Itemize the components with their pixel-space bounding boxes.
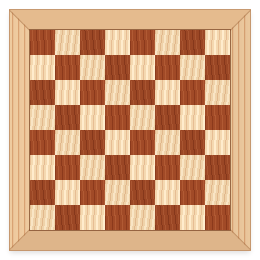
- square-r7c7[interactable]: [180, 180, 205, 205]
- square-r6c3[interactable]: [80, 155, 105, 180]
- square-r3c5[interactable]: [130, 80, 155, 105]
- square-r6c5[interactable]: [130, 155, 155, 180]
- square-r8c4[interactable]: [105, 205, 130, 230]
- square-r2c3[interactable]: [80, 55, 105, 80]
- square-r8c2[interactable]: [55, 205, 80, 230]
- square-r1c6[interactable]: [155, 30, 180, 55]
- square-r3c8[interactable]: [205, 80, 230, 105]
- chess-board: [10, 10, 250, 250]
- square-r1c8[interactable]: [205, 30, 230, 55]
- square-r6c1[interactable]: [30, 155, 55, 180]
- square-r5c8[interactable]: [205, 130, 230, 155]
- square-r3c6[interactable]: [155, 80, 180, 105]
- square-r4c4[interactable]: [105, 105, 130, 130]
- square-r1c4[interactable]: [105, 30, 130, 55]
- frame-rail-right: [230, 10, 250, 250]
- square-r6c2[interactable]: [55, 155, 80, 180]
- square-r8c6[interactable]: [155, 205, 180, 230]
- square-r5c6[interactable]: [155, 130, 180, 155]
- square-r4c2[interactable]: [55, 105, 80, 130]
- photo-background: [0, 0, 260, 260]
- square-r7c8[interactable]: [205, 180, 230, 205]
- square-r1c7[interactable]: [180, 30, 205, 55]
- square-r7c4[interactable]: [105, 180, 130, 205]
- square-r2c2[interactable]: [55, 55, 80, 80]
- square-r2c5[interactable]: [130, 55, 155, 80]
- square-r6c8[interactable]: [205, 155, 230, 180]
- square-r3c4[interactable]: [105, 80, 130, 105]
- square-r1c1[interactable]: [30, 30, 55, 55]
- square-r8c7[interactable]: [180, 205, 205, 230]
- square-r3c7[interactable]: [180, 80, 205, 105]
- square-r1c3[interactable]: [80, 30, 105, 55]
- square-r7c5[interactable]: [130, 180, 155, 205]
- square-r4c6[interactable]: [155, 105, 180, 130]
- square-r5c4[interactable]: [105, 130, 130, 155]
- square-r4c1[interactable]: [30, 105, 55, 130]
- square-r5c7[interactable]: [180, 130, 205, 155]
- square-r7c1[interactable]: [30, 180, 55, 205]
- square-r7c3[interactable]: [80, 180, 105, 205]
- square-r4c7[interactable]: [180, 105, 205, 130]
- frame-rail-top: [10, 10, 250, 30]
- square-r5c5[interactable]: [130, 130, 155, 155]
- square-r4c5[interactable]: [130, 105, 155, 130]
- square-r1c5[interactable]: [130, 30, 155, 55]
- square-r4c3[interactable]: [80, 105, 105, 130]
- square-r6c6[interactable]: [155, 155, 180, 180]
- square-r2c7[interactable]: [180, 55, 205, 80]
- square-r5c1[interactable]: [30, 130, 55, 155]
- square-r7c2[interactable]: [55, 180, 80, 205]
- square-r2c6[interactable]: [155, 55, 180, 80]
- square-r7c6[interactable]: [155, 180, 180, 205]
- square-r2c1[interactable]: [30, 55, 55, 80]
- frame-rail-bottom: [10, 230, 250, 250]
- square-r3c2[interactable]: [55, 80, 80, 105]
- square-r8c3[interactable]: [80, 205, 105, 230]
- frame-rail-left: [10, 10, 30, 250]
- square-r1c2[interactable]: [55, 30, 80, 55]
- square-r2c4[interactable]: [105, 55, 130, 80]
- square-r4c8[interactable]: [205, 105, 230, 130]
- square-r3c3[interactable]: [80, 80, 105, 105]
- square-r8c5[interactable]: [130, 205, 155, 230]
- square-r5c2[interactable]: [55, 130, 80, 155]
- square-r3c1[interactable]: [30, 80, 55, 105]
- square-r8c8[interactable]: [205, 205, 230, 230]
- square-r6c7[interactable]: [180, 155, 205, 180]
- square-r5c3[interactable]: [80, 130, 105, 155]
- square-r2c8[interactable]: [205, 55, 230, 80]
- square-r8c1[interactable]: [30, 205, 55, 230]
- playing-field: [30, 30, 230, 230]
- square-r6c4[interactable]: [105, 155, 130, 180]
